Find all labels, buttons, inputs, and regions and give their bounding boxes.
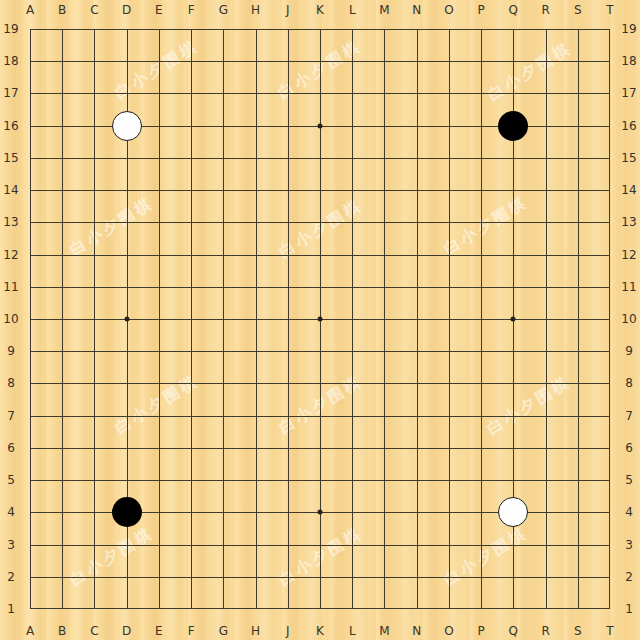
coordinate-label-3: 3 (625, 539, 633, 551)
star-point (318, 510, 323, 515)
coordinate-label-8: 8 (7, 377, 15, 389)
coordinate-label-8: 8 (625, 377, 633, 389)
coordinate-label-5: 5 (7, 474, 15, 486)
coordinate-label-13: 13 (3, 216, 18, 228)
coordinate-label-16: 16 (3, 120, 18, 132)
coordinate-label-17: 17 (621, 87, 636, 99)
coordinate-label-K: K (316, 4, 324, 16)
coordinate-label-F: F (188, 4, 195, 16)
coordinate-label-C: C (90, 4, 98, 16)
coordinate-label-5: 5 (625, 474, 633, 486)
coordinate-label-L: L (349, 4, 356, 16)
black-stone (498, 111, 528, 141)
coordinate-label-M: M (379, 625, 389, 637)
coordinate-label-A: A (26, 4, 34, 16)
coordinate-label-17: 17 (3, 87, 18, 99)
coordinate-label-12: 12 (3, 249, 18, 261)
coordinate-label-2: 2 (7, 571, 15, 583)
grid-line (30, 416, 610, 417)
coordinate-label-7: 7 (7, 410, 15, 422)
coordinate-label-H: H (251, 625, 260, 637)
coordinate-label-B: B (58, 4, 66, 16)
coordinate-label-F: F (188, 625, 195, 637)
coordinate-label-E: E (155, 4, 163, 16)
coordinate-label-Q: Q (509, 625, 518, 637)
coordinate-label-18: 18 (3, 55, 18, 67)
coordinate-label-R: R (541, 4, 549, 16)
grid-line (30, 448, 610, 449)
coordinate-label-6: 6 (7, 442, 15, 454)
grid-line (481, 29, 482, 609)
grid-line (30, 608, 610, 609)
coordinate-label-15: 15 (3, 152, 18, 164)
coordinate-label-A: A (26, 625, 34, 637)
coordinate-label-J: J (286, 625, 290, 637)
coordinate-label-S: S (574, 625, 582, 637)
coordinate-label-M: M (379, 4, 389, 16)
star-point (318, 317, 323, 322)
star-point (124, 317, 129, 322)
white-stone (112, 111, 142, 141)
coordinate-label-D: D (122, 4, 131, 16)
grid-line (30, 577, 610, 578)
coordinate-label-J: J (286, 4, 290, 16)
coordinate-label-N: N (412, 4, 421, 16)
coordinate-label-1: 1 (625, 603, 633, 615)
grid-line (384, 29, 385, 609)
coordinate-label-T: T (606, 625, 613, 637)
coordinate-label-12: 12 (621, 249, 636, 261)
coordinate-label-R: R (541, 625, 549, 637)
coordinate-label-4: 4 (7, 506, 15, 518)
coordinate-label-K: K (316, 625, 324, 637)
coordinate-label-15: 15 (621, 152, 636, 164)
grid-line (546, 29, 547, 609)
grid-line (449, 29, 450, 609)
coordinate-label-S: S (574, 4, 582, 16)
coordinate-label-11: 11 (3, 281, 18, 293)
coordinate-label-4: 4 (625, 506, 633, 518)
grid-line (417, 29, 418, 609)
coordinate-label-14: 14 (3, 184, 18, 196)
coordinate-label-L: L (349, 625, 356, 637)
grid-line (352, 29, 353, 609)
coordinate-label-H: H (251, 4, 260, 16)
coordinate-label-Q: Q (509, 4, 518, 16)
board-grid[interactable] (30, 29, 610, 609)
go-board: 白小夕围棋白小夕围棋白小夕围棋白小夕围棋白小夕围棋白小夕围棋白小夕围棋白小夕围棋… (0, 0, 640, 640)
black-stone (112, 497, 142, 527)
coordinate-label-14: 14 (621, 184, 636, 196)
coordinate-label-N: N (412, 625, 421, 637)
coordinate-label-9: 9 (625, 345, 633, 357)
coordinate-label-6: 6 (625, 442, 633, 454)
coordinate-label-19: 19 (3, 23, 18, 35)
coordinate-label-16: 16 (621, 120, 636, 132)
grid-line (30, 545, 610, 546)
coordinate-label-1: 1 (7, 603, 15, 615)
coordinate-label-P: P (477, 4, 484, 16)
coordinate-label-19: 19 (621, 23, 636, 35)
star-point (318, 123, 323, 128)
white-stone (498, 497, 528, 527)
coordinate-label-13: 13 (621, 216, 636, 228)
coordinate-label-10: 10 (3, 313, 18, 325)
coordinate-label-B: B (58, 625, 66, 637)
coordinate-label-7: 7 (625, 410, 633, 422)
coordinate-label-O: O (444, 4, 453, 16)
coordinate-label-O: O (444, 625, 453, 637)
coordinate-label-10: 10 (621, 313, 636, 325)
star-point (511, 317, 516, 322)
coordinate-label-C: C (90, 625, 98, 637)
grid-line (30, 480, 610, 481)
coordinate-label-G: G (219, 625, 228, 637)
grid-line (609, 29, 610, 609)
grid-line (30, 383, 610, 384)
coordinate-label-9: 9 (7, 345, 15, 357)
coordinate-label-2: 2 (625, 571, 633, 583)
coordinate-label-18: 18 (621, 55, 636, 67)
coordinate-label-E: E (155, 625, 163, 637)
coordinate-label-11: 11 (621, 281, 636, 293)
coordinate-label-T: T (606, 4, 613, 16)
coordinate-label-G: G (219, 4, 228, 16)
coordinate-label-P: P (477, 625, 484, 637)
coordinate-label-D: D (122, 625, 131, 637)
grid-line (30, 351, 610, 352)
grid-line (578, 29, 579, 609)
coordinate-label-3: 3 (7, 539, 15, 551)
